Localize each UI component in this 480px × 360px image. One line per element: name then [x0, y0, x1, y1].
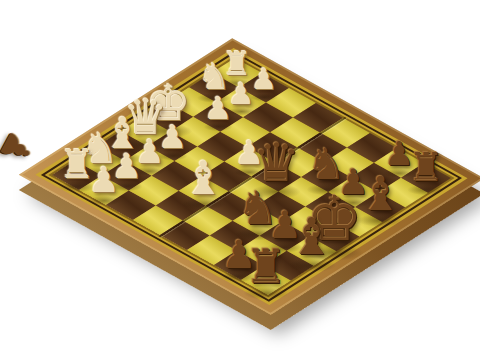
piece-white-pawn-h2[interactable]: ♟: [251, 65, 277, 94]
white-pawn-icon: ♟: [251, 65, 277, 94]
piece-black-rook-h8[interactable]: ♜: [408, 147, 444, 187]
piece-black-rook-a8[interactable]: ♜: [245, 244, 287, 291]
black-bishop-icon: ♝: [289, 211, 335, 262]
black-bishop-icon: ♝: [359, 170, 401, 217]
black-rook-icon: ♜: [245, 244, 287, 291]
piece-black-bishop-c8[interactable]: ♝: [289, 211, 335, 262]
piece-white-pawn-a2[interactable]: ♟: [88, 163, 119, 198]
black-rook-icon: ♜: [408, 147, 444, 187]
white-bishop-icon: ♝: [183, 155, 224, 201]
piece-white-bishop-c4[interactable]: ♝: [183, 155, 224, 201]
chess-set-photo: ♟ ♜♞♝♛♚♞♜♟♟♟♟♟♟♟♝♟♜♝♚♝♜♟♟♟♟♞♞♛: [0, 0, 480, 360]
white-pawn-icon: ♟: [204, 93, 232, 124]
piece-black-bishop-f8[interactable]: ♝: [359, 170, 401, 217]
white-pawn-icon: ♟: [88, 163, 119, 198]
piece-white-pawn-f2[interactable]: ♟: [204, 93, 232, 124]
